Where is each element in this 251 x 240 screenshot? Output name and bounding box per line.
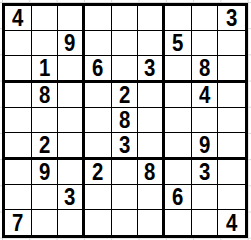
sudoku-cell-r7c6[interactable]: 8	[138, 160, 165, 185]
given-digit: 6	[92, 56, 103, 80]
given-digit: 2	[39, 133, 50, 157]
sudoku-board: 43951638824823992833674	[2, 3, 248, 238]
sudoku-cell-r8c5[interactable]	[112, 185, 139, 210]
given-digit: 4	[199, 83, 210, 107]
sudoku-cell-r7c3[interactable]	[58, 160, 85, 185]
sudoku-cell-r6c3[interactable]	[58, 133, 85, 160]
given-digit: 3	[199, 160, 210, 184]
sudoku-cell-r6c4[interactable]	[85, 133, 112, 160]
sudoku-cell-r6c9[interactable]	[218, 133, 245, 160]
sudoku-cell-r3c6[interactable]: 3	[138, 56, 165, 83]
sudoku-cell-r7c9[interactable]	[218, 160, 245, 185]
sudoku-cell-r4c2[interactable]: 8	[32, 83, 59, 108]
given-digit: 9	[199, 133, 210, 157]
sudoku-cell-r2c9[interactable]	[218, 31, 245, 56]
sudoku-cell-r4c7[interactable]	[165, 83, 192, 108]
sudoku-cell-r9c8[interactable]	[192, 210, 219, 235]
sudoku-cell-r5c6[interactable]	[138, 108, 165, 133]
sudoku-cell-r9c3[interactable]	[58, 210, 85, 235]
given-digit: 7	[12, 211, 23, 235]
sudoku-cell-r9c9[interactable]: 4	[218, 210, 245, 235]
sudoku-cell-r4c9[interactable]	[218, 83, 245, 108]
sudoku-cell-r2c7[interactable]: 5	[165, 31, 192, 56]
sudoku-cell-r6c6[interactable]	[138, 133, 165, 160]
sudoku-cell-r3c4[interactable]: 6	[85, 56, 112, 83]
sudoku-cell-r5c7[interactable]	[165, 108, 192, 133]
sudoku-cell-r1c9[interactable]: 3	[218, 6, 245, 31]
sudoku-cell-r3c5[interactable]	[112, 56, 139, 83]
sudoku-cell-r1c6[interactable]	[138, 6, 165, 31]
sudoku-cell-r3c7[interactable]	[165, 56, 192, 83]
given-digit: 4	[12, 6, 23, 30]
sudoku-cell-r4c5[interactable]: 2	[112, 83, 139, 108]
sudoku-cell-r5c2[interactable]	[32, 108, 59, 133]
given-digit: 8	[39, 83, 50, 107]
sudoku-cell-r3c2[interactable]: 1	[32, 56, 59, 83]
sudoku-cell-r8c9[interactable]	[218, 185, 245, 210]
sudoku-cell-r7c1[interactable]	[5, 160, 32, 185]
sudoku-cell-r2c4[interactable]	[85, 31, 112, 56]
sudoku-cell-r2c5[interactable]	[112, 31, 139, 56]
sudoku-cell-r9c6[interactable]	[138, 210, 165, 235]
sudoku-cell-r6c1[interactable]	[5, 133, 32, 160]
sudoku-cell-r2c1[interactable]	[5, 31, 32, 56]
given-digit: 9	[64, 31, 75, 55]
sudoku-cell-r8c4[interactable]	[85, 185, 112, 210]
sudoku-cell-r5c8[interactable]	[192, 108, 219, 133]
sudoku-cell-r7c2[interactable]: 9	[32, 160, 59, 185]
sudoku-cell-r5c9[interactable]	[218, 108, 245, 133]
sudoku-cell-r9c7[interactable]	[165, 210, 192, 235]
sudoku-cell-r8c2[interactable]	[32, 185, 59, 210]
sudoku-cell-r5c3[interactable]	[58, 108, 85, 133]
sudoku-cell-r3c1[interactable]	[5, 56, 32, 83]
sudoku-cell-r7c5[interactable]	[112, 160, 139, 185]
sudoku-cell-r1c7[interactable]	[165, 6, 192, 31]
sudoku-cell-r4c8[interactable]: 4	[192, 83, 219, 108]
sudoku-cell-r8c6[interactable]	[138, 185, 165, 210]
sudoku-cell-r6c2[interactable]: 2	[32, 133, 59, 160]
sudoku-cell-r2c6[interactable]	[138, 31, 165, 56]
given-digit: 4	[226, 211, 237, 235]
sudoku-cell-r8c8[interactable]	[192, 185, 219, 210]
given-digit: 8	[199, 56, 210, 80]
sudoku-cell-r1c8[interactable]	[192, 6, 219, 31]
sudoku-cell-r5c5[interactable]: 8	[112, 108, 139, 133]
sudoku-cell-r9c5[interactable]	[112, 210, 139, 235]
given-digit: 3	[119, 133, 130, 157]
sudoku-cell-r4c3[interactable]	[58, 83, 85, 108]
sudoku-cell-r9c4[interactable]	[85, 210, 112, 235]
sudoku-cell-r6c7[interactable]	[165, 133, 192, 160]
sudoku-cell-r6c5[interactable]: 3	[112, 133, 139, 160]
sudoku-cell-r8c3[interactable]: 3	[58, 185, 85, 210]
sudoku-cell-r5c1[interactable]	[5, 108, 32, 133]
given-digit: 6	[172, 185, 183, 209]
given-digit: 2	[92, 160, 103, 184]
sudoku-cell-r8c7[interactable]: 6	[165, 185, 192, 210]
sudoku-cell-r3c8[interactable]: 8	[192, 56, 219, 83]
sudoku-cell-r8c1[interactable]	[5, 185, 32, 210]
given-digit: 3	[226, 6, 237, 30]
sudoku-cell-r2c2[interactable]	[32, 31, 59, 56]
sudoku-cell-r4c1[interactable]	[5, 83, 32, 108]
sudoku-cell-r6c8[interactable]: 9	[192, 133, 219, 160]
sudoku-cell-r9c2[interactable]	[32, 210, 59, 235]
given-digit: 2	[119, 83, 130, 107]
sudoku-cell-r1c3[interactable]	[58, 6, 85, 31]
sudoku-cell-r3c9[interactable]	[218, 56, 245, 83]
given-digit: 9	[39, 160, 50, 184]
given-digit: 8	[144, 160, 155, 184]
sudoku-cell-r1c4[interactable]	[85, 6, 112, 31]
sudoku-cell-r3c3[interactable]	[58, 56, 85, 83]
sudoku-cell-r7c8[interactable]: 3	[192, 160, 219, 185]
sudoku-cell-r4c6[interactable]	[138, 83, 165, 108]
given-digit: 3	[64, 185, 75, 209]
sudoku-cell-r1c2[interactable]	[32, 6, 59, 31]
sudoku-cell-r7c4[interactable]: 2	[85, 160, 112, 185]
sudoku-cell-r5c4[interactable]	[85, 108, 112, 133]
sudoku-cell-r1c5[interactable]	[112, 6, 139, 31]
sudoku-cell-r4c4[interactable]	[85, 83, 112, 108]
sudoku-cell-r2c3[interactable]: 9	[58, 31, 85, 56]
given-digit: 5	[172, 31, 183, 55]
sudoku-cell-r7c7[interactable]	[165, 160, 192, 185]
given-digit: 3	[144, 56, 155, 80]
sudoku-cell-r1c1[interactable]: 4	[5, 6, 32, 31]
given-digit: 8	[119, 108, 130, 132]
given-digit: 1	[39, 56, 50, 80]
sudoku-cell-r2c8[interactable]	[192, 31, 219, 56]
sudoku-cell-r9c1[interactable]: 7	[5, 210, 32, 235]
